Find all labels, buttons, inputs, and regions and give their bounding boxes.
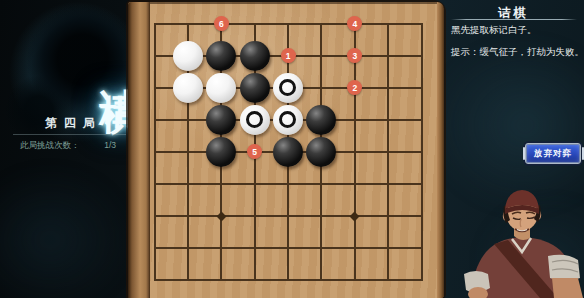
white-stone [173, 41, 203, 71]
puzzle-title-calligraphy: 诘棋 [0, 6, 140, 118]
board-cell[interactable] [171, 7, 204, 39]
npc-nose [520, 219, 521, 227]
round-label: 第四局 [0, 115, 140, 132]
board-cell[interactable] [405, 168, 438, 200]
hint-text: 提示：缓气征子，打劫为失败。 [451, 46, 584, 59]
board-cell[interactable] [271, 136, 304, 168]
board-cell[interactable] [405, 72, 438, 104]
board-cell[interactable] [338, 264, 371, 296]
board-cell[interactable] [338, 168, 371, 200]
black-stone [206, 105, 236, 135]
white-stone [173, 73, 203, 103]
board-cell[interactable] [205, 136, 238, 168]
challenge-counter: 此局挑战次数： 1/3 [20, 140, 116, 152]
board-cell[interactable] [138, 136, 171, 168]
board-cell[interactable] [405, 264, 438, 296]
board-cell[interactable] [338, 136, 371, 168]
board-cell[interactable] [205, 200, 238, 232]
board-cell[interactable] [171, 200, 204, 232]
board-cell[interactable] [205, 104, 238, 136]
board-cell[interactable] [371, 264, 404, 296]
board-cell[interactable] [171, 232, 204, 264]
board-cell[interactable] [238, 7, 271, 39]
black-stone [206, 41, 236, 71]
board-cell[interactable] [238, 72, 271, 104]
board-cell[interactable] [138, 264, 171, 296]
white-stone-marked [273, 105, 303, 135]
board-cell[interactable] [405, 136, 438, 168]
board-cell[interactable] [405, 104, 438, 136]
board-cell[interactable] [205, 232, 238, 264]
give-up-button[interactable]: 放弃对弈 [525, 143, 581, 164]
board-cell[interactable] [305, 200, 338, 232]
board-cell[interactable] [271, 7, 304, 39]
board-cell[interactable] [338, 232, 371, 264]
black-stone [240, 41, 270, 71]
board-cell[interactable] [138, 7, 171, 39]
board-cell[interactable] [138, 232, 171, 264]
board-cell[interactable] [305, 232, 338, 264]
left-panel: 诘棋 第四局 此局挑战次数： 1/3 [0, 0, 140, 298]
board-cell[interactable] [371, 40, 404, 72]
black-stone [306, 137, 336, 167]
board-cell[interactable] [305, 168, 338, 200]
board-cell[interactable] [371, 72, 404, 104]
board-cell[interactable] [205, 264, 238, 296]
board-cell[interactable] [238, 264, 271, 296]
sequence-marker: 6 [214, 16, 229, 31]
board-cell[interactable] [371, 7, 404, 39]
board-cell[interactable] [371, 104, 404, 136]
board-cell[interactable] [371, 168, 404, 200]
board-cell[interactable] [138, 72, 171, 104]
board-cell[interactable] [171, 168, 204, 200]
white-stone [206, 73, 236, 103]
board-cell[interactable] [305, 72, 338, 104]
board-cell[interactable] [271, 72, 304, 104]
board-cell[interactable] [205, 72, 238, 104]
capture-target-ring [246, 111, 263, 128]
board-cell[interactable] [238, 40, 271, 72]
npc-right-arm [552, 278, 583, 298]
board-cell[interactable] [371, 200, 404, 232]
board-cell[interactable] [238, 168, 271, 200]
board-cell[interactable] [171, 264, 204, 296]
board-cell[interactable] [238, 104, 271, 136]
go-board: 123456 [128, 2, 444, 298]
board-cell[interactable] [205, 168, 238, 200]
sequence-marker: 1 [281, 48, 296, 63]
board-cell[interactable] [171, 40, 204, 72]
board-cell[interactable] [271, 232, 304, 264]
challenge-value: 1/3 [104, 140, 116, 152]
board-cell[interactable] [171, 136, 204, 168]
board-cell[interactable] [405, 200, 438, 232]
app-window: 诘棋 第四局 此局挑战次数： 1/3 123456 诘棋 黑先提取标记白子。 提… [0, 0, 584, 298]
black-stone [240, 73, 270, 103]
board-cell[interactable] [305, 136, 338, 168]
black-stone [206, 137, 236, 167]
board-cell[interactable] [371, 136, 404, 168]
npc-portrait [454, 182, 584, 298]
npc-right-cuff [548, 255, 580, 281]
board-cell[interactable] [371, 232, 404, 264]
board-cell[interactable] [305, 7, 338, 39]
board-cell[interactable] [405, 40, 438, 72]
board-cell[interactable] [171, 104, 204, 136]
left-divider [13, 134, 126, 135]
board-cell[interactable] [138, 168, 171, 200]
board-cell[interactable] [305, 40, 338, 72]
board-cell[interactable] [171, 72, 204, 104]
capture-target-ring [279, 79, 296, 96]
black-stone [306, 105, 336, 135]
board-cell[interactable] [271, 264, 304, 296]
board-cell[interactable] [138, 200, 171, 232]
white-stone-marked [273, 73, 303, 103]
objective-text: 黑先提取标记白子。 [451, 24, 583, 37]
capture-target-ring [279, 111, 296, 128]
board-cell[interactable] [405, 232, 438, 264]
challenge-label: 此局挑战次数： [20, 140, 80, 152]
board-cell[interactable] [271, 200, 304, 232]
white-stone-marked [240, 105, 270, 135]
board-cell[interactable] [271, 168, 304, 200]
panel-divider [451, 19, 577, 20]
board-cell[interactable] [305, 104, 338, 136]
board-cell[interactable] [405, 7, 438, 39]
board-cell[interactable] [205, 40, 238, 72]
board-cell[interactable] [238, 232, 271, 264]
board-cell[interactable] [338, 200, 371, 232]
board-cell[interactable] [271, 104, 304, 136]
board-cell[interactable] [238, 200, 271, 232]
board-cell[interactable] [138, 104, 171, 136]
board-cell[interactable] [305, 264, 338, 296]
board-cell[interactable] [138, 40, 171, 72]
black-stone [273, 137, 303, 167]
board-cell[interactable] [338, 104, 371, 136]
